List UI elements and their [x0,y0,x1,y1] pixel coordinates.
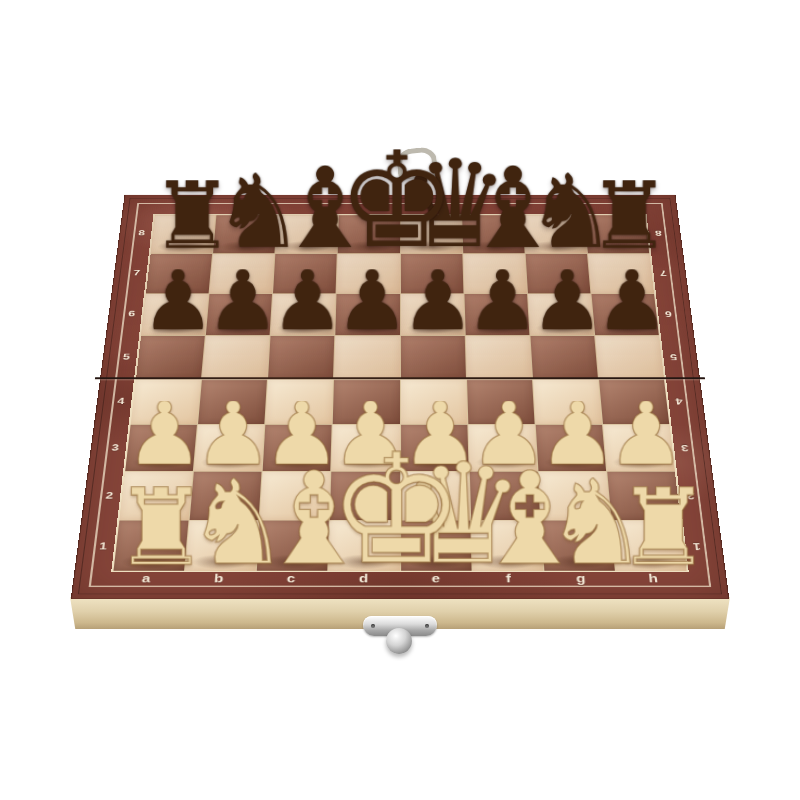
file-label-h: h [642,572,665,585]
square-d6[interactable]: ♟ [336,294,400,335]
piece-black-knight-g8[interactable]: ♞ [525,172,586,252]
square-a8[interactable]: ♜ [151,215,216,253]
rank-label-left-3: 3 [106,442,126,453]
piece-black-bishop-f8[interactable]: ♝ [463,165,524,252]
square-c5[interactable] [268,336,334,379]
file-label-c: c [280,572,302,585]
square-a5[interactable] [136,336,205,379]
piece-black-king-d8[interactable]: ♚ [338,149,399,252]
clasp-knob-icon [386,628,412,654]
file-label-d: d [353,572,375,585]
square-f8[interactable]: ♝ [462,215,525,253]
square-a1[interactable]: ♜ [114,520,189,570]
square-f1[interactable]: ♝ [471,520,543,570]
piece-white-knight-g1[interactable]: ♞ [544,477,615,568]
piece-black-rook-h8[interactable]: ♜ [588,180,649,252]
file-label-a: a [135,572,158,585]
square-f6[interactable]: ♟ [464,294,529,335]
square-h6[interactable]: ♟ [591,294,658,335]
square-g8[interactable]: ♞ [523,215,587,253]
fold-seam [95,377,705,379]
rank-label-left-1: 1 [93,540,114,552]
square-f5[interactable] [465,336,531,379]
piece-black-pawn-c6[interactable]: ♟ [271,269,335,333]
rank-label-left-5: 5 [117,352,136,362]
rank-label-left-8: 8 [133,228,151,237]
file-label-g: g [570,572,593,585]
square-g5[interactable] [530,336,598,379]
square-a6[interactable]: ♟ [141,294,208,335]
square-h1[interactable]: ♜ [611,520,686,570]
playfield-grid: ♜♞♝♚♛♝♞♜♟♟♟♟♟♟♟♟♟♟♟♟♟♟♟♟♜♞♝♚♛♝♞♜ [111,214,689,572]
piece-white-pawn-a3[interactable]: ♟ [125,401,193,469]
square-g1[interactable]: ♞ [541,520,615,570]
piece-white-rook-a1[interactable]: ♜ [114,486,185,569]
square-b5[interactable] [202,336,270,379]
piece-black-pawn-f6[interactable]: ♟ [465,269,529,333]
chessboard: ♜♞♝♚♛♝♞♜♟♟♟♟♟♟♟♟♟♟♟♟♟♟♟♟♜♞♝♚♛♝♞♜ 8877665… [71,195,730,600]
piece-black-pawn-b6[interactable]: ♟ [206,269,270,333]
piece-white-king-d1[interactable]: ♚ [329,450,400,568]
piece-black-rook-a8[interactable]: ♜ [151,180,212,252]
square-h8[interactable]: ♜ [584,215,649,253]
piece-black-pawn-g6[interactable]: ♟ [530,269,594,333]
product-photo: ♜♞♝♚♛♝♞♜♟♟♟♟♟♟♟♟♟♟♟♟♟♟♟♟♜♞♝♚♛♝♞♜ 8877665… [0,0,800,800]
square-d1[interactable]: ♚ [329,520,400,570]
file-label-f: f [497,572,519,585]
square-d5[interactable] [334,336,399,379]
square-c6[interactable]: ♟ [271,294,336,335]
square-e6[interactable]: ♟ [400,294,464,335]
rank-label-left-6: 6 [123,309,142,319]
piece-white-bishop-f1[interactable]: ♝ [472,469,543,569]
piece-black-pawn-d6[interactable]: ♟ [336,269,400,333]
square-h5[interactable] [595,336,664,379]
file-label-b: b [208,572,231,585]
board-tilt: ♜♞♝♚♛♝♞♜♟♟♟♟♟♟♟♟♟♟♟♟♟♟♟♟♜♞♝♚♛♝♞♜ 8877665… [71,195,730,600]
piece-black-pawn-h6[interactable]: ♟ [595,269,659,333]
piece-black-pawn-a6[interactable]: ♟ [141,269,205,333]
piece-black-pawn-e6[interactable]: ♟ [400,269,464,333]
rank-label-right-5: 5 [664,352,683,362]
chessboard-scene: ♜♞♝♚♛♝♞♜♟♟♟♟♟♟♟♟♟♟♟♟♟♟♟♟♜♞♝♚♛♝♞♜ 8877665… [100,79,700,679]
square-g6[interactable]: ♟ [528,294,594,335]
piece-white-rook-h1[interactable]: ♜ [616,486,687,569]
square-b6[interactable]: ♟ [206,294,272,335]
square-e5[interactable] [400,336,465,379]
file-label-e: e [425,572,447,585]
square-d8[interactable]: ♚ [338,215,399,253]
